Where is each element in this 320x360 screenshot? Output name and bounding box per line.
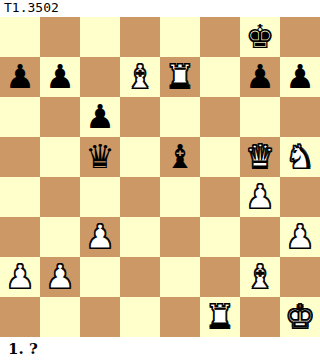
white-king[interactable]: ♚	[285, 297, 315, 337]
square-a1[interactable]	[0, 297, 40, 337]
white-knight[interactable]: ♞	[285, 137, 315, 177]
square-d8[interactable]	[120, 17, 160, 57]
square-h8[interactable]	[280, 17, 320, 57]
square-e3[interactable]	[160, 217, 200, 257]
square-b6[interactable]	[40, 97, 80, 137]
white-pawn[interactable]: ♟	[285, 217, 315, 257]
square-b7[interactable]: ♟	[40, 57, 80, 97]
square-b4[interactable]	[40, 177, 80, 217]
black-pawn[interactable]: ♟	[245, 57, 275, 97]
square-c5[interactable]: ♛	[80, 137, 120, 177]
square-e8[interactable]	[160, 17, 200, 57]
square-b5[interactable]	[40, 137, 80, 177]
square-d1[interactable]	[120, 297, 160, 337]
square-a7[interactable]: ♟	[0, 57, 40, 97]
white-bishop[interactable]: ♝	[125, 57, 155, 97]
square-e7[interactable]: ♜	[160, 57, 200, 97]
square-a4[interactable]	[0, 177, 40, 217]
square-g7[interactable]: ♟	[240, 57, 280, 97]
square-c8[interactable]	[80, 17, 120, 57]
square-g6[interactable]	[240, 97, 280, 137]
square-d4[interactable]	[120, 177, 160, 217]
square-c6[interactable]: ♟	[80, 97, 120, 137]
square-g3[interactable]	[240, 217, 280, 257]
puzzle-id: T1.3502	[4, 0, 59, 15]
square-f8[interactable]	[200, 17, 240, 57]
square-h7[interactable]: ♟	[280, 57, 320, 97]
square-d6[interactable]	[120, 97, 160, 137]
chess-board: ♚♟♟♝♜♟♟♟♛♝♛♞♟♟♟♟♟♝♜♚	[0, 17, 320, 337]
square-a2[interactable]: ♟	[0, 257, 40, 297]
white-rook[interactable]: ♜	[205, 297, 235, 337]
square-g4[interactable]: ♟	[240, 177, 280, 217]
square-a8[interactable]	[0, 17, 40, 57]
square-g1[interactable]	[240, 297, 280, 337]
square-a3[interactable]	[0, 217, 40, 257]
square-b3[interactable]	[40, 217, 80, 257]
square-f2[interactable]	[200, 257, 240, 297]
square-h6[interactable]	[280, 97, 320, 137]
square-d7[interactable]: ♝	[120, 57, 160, 97]
white-pawn[interactable]: ♟	[245, 177, 275, 217]
square-h4[interactable]	[280, 177, 320, 217]
square-d5[interactable]	[120, 137, 160, 177]
square-b1[interactable]	[40, 297, 80, 337]
black-pawn[interactable]: ♟	[85, 97, 115, 137]
black-king[interactable]: ♚	[245, 17, 275, 57]
square-f3[interactable]	[200, 217, 240, 257]
move-prompt: 1. ?	[8, 340, 38, 358]
black-queen[interactable]: ♛	[85, 137, 115, 177]
white-pawn[interactable]: ♟	[45, 257, 75, 297]
black-pawn[interactable]: ♟	[285, 57, 315, 97]
square-h2[interactable]	[280, 257, 320, 297]
square-f1[interactable]: ♜	[200, 297, 240, 337]
square-a6[interactable]	[0, 97, 40, 137]
move-prompt-bar: 1. ?	[0, 337, 320, 360]
square-c1[interactable]	[80, 297, 120, 337]
black-bishop[interactable]: ♝	[165, 137, 195, 177]
white-queen[interactable]: ♛	[245, 137, 275, 177]
square-e6[interactable]	[160, 97, 200, 137]
square-c3[interactable]: ♟	[80, 217, 120, 257]
black-pawn[interactable]: ♟	[5, 57, 35, 97]
square-a5[interactable]	[0, 137, 40, 177]
title-bar: T1.3502	[0, 0, 320, 17]
square-f6[interactable]	[200, 97, 240, 137]
square-c7[interactable]	[80, 57, 120, 97]
square-d2[interactable]	[120, 257, 160, 297]
square-b2[interactable]: ♟	[40, 257, 80, 297]
square-f4[interactable]	[200, 177, 240, 217]
white-pawn[interactable]: ♟	[5, 257, 35, 297]
square-g5[interactable]: ♛	[240, 137, 280, 177]
square-h3[interactable]: ♟	[280, 217, 320, 257]
square-e2[interactable]	[160, 257, 200, 297]
square-h5[interactable]: ♞	[280, 137, 320, 177]
square-e1[interactable]	[160, 297, 200, 337]
square-g2[interactable]: ♝	[240, 257, 280, 297]
square-f5[interactable]	[200, 137, 240, 177]
white-pawn[interactable]: ♟	[85, 217, 115, 257]
white-bishop[interactable]: ♝	[245, 257, 275, 297]
black-pawn[interactable]: ♟	[45, 57, 75, 97]
square-g8[interactable]: ♚	[240, 17, 280, 57]
square-e4[interactable]	[160, 177, 200, 217]
square-d3[interactable]	[120, 217, 160, 257]
square-e5[interactable]: ♝	[160, 137, 200, 177]
square-f7[interactable]	[200, 57, 240, 97]
square-c4[interactable]	[80, 177, 120, 217]
white-rook[interactable]: ♜	[165, 57, 195, 97]
square-h1[interactable]: ♚	[280, 297, 320, 337]
square-b8[interactable]	[40, 17, 80, 57]
square-c2[interactable]	[80, 257, 120, 297]
